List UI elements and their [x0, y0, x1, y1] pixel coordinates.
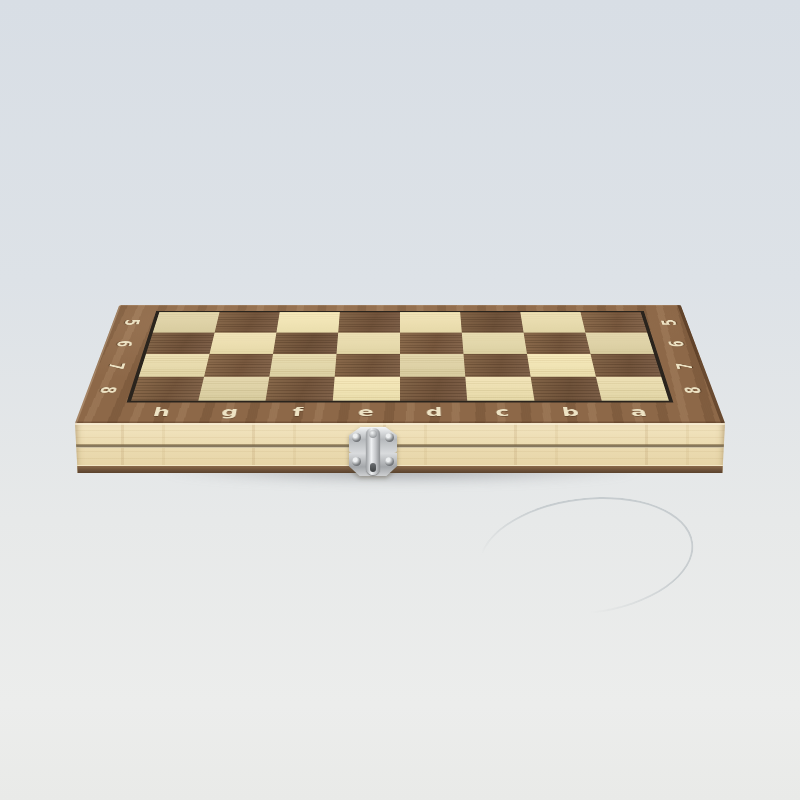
file-labels: hgfedcba	[125, 406, 674, 419]
square-e6	[336, 333, 400, 354]
rank-label-left-8: 8	[79, 382, 136, 398]
square-e8	[333, 377, 400, 401]
surface-scuff-mark	[472, 485, 701, 626]
square-b8	[531, 377, 602, 401]
latch-screw-icon	[385, 433, 394, 442]
folded-chess-box: hgfedcba 5678 5678	[75, 151, 725, 481]
rank-label-right-6: 6	[650, 337, 703, 351]
square-c8	[465, 377, 534, 401]
square-c6	[462, 333, 527, 354]
square-h8	[131, 377, 204, 401]
square-a8	[596, 377, 669, 401]
latch-screw-icon	[385, 457, 394, 466]
square-f8	[266, 377, 335, 401]
square-a6	[585, 333, 654, 354]
latch-screw-icon	[352, 457, 361, 466]
square-b7	[527, 354, 596, 377]
square-c5	[460, 312, 523, 332]
square-g5	[215, 312, 280, 332]
rank-label-right-5: 5	[643, 316, 695, 329]
file-label-c: c	[468, 406, 538, 419]
rank-label-left-7: 7	[88, 359, 143, 374]
rank-label-right-7: 7	[657, 359, 712, 374]
square-d7	[400, 354, 465, 377]
square-g6	[209, 333, 276, 354]
latch-tongue	[366, 428, 380, 475]
square-d8	[400, 377, 467, 401]
square-a7	[591, 354, 662, 377]
rank-label-left-6: 6	[97, 337, 150, 351]
square-e5	[338, 312, 400, 332]
square-d5	[400, 312, 462, 332]
square-b6	[524, 333, 591, 354]
side-top-highlight	[75, 423, 725, 425]
board-top-face: hgfedcba 5678 5678	[75, 305, 725, 423]
file-label-e: e	[331, 406, 400, 419]
box-bottom-edge	[76, 465, 724, 473]
square-g7	[204, 354, 273, 377]
fold-seam	[75, 444, 725, 448]
rank-label-right-8: 8	[664, 382, 721, 398]
board-frame	[127, 311, 674, 403]
product-photo-scene: hgfedcba 5678 5678	[0, 0, 800, 800]
square-a5	[581, 312, 648, 332]
square-c7	[464, 354, 531, 377]
square-h5	[153, 312, 220, 332]
square-h7	[139, 354, 210, 377]
square-f7	[269, 354, 336, 377]
latch	[346, 427, 400, 479]
file-label-f: f	[263, 406, 333, 419]
square-g8	[198, 377, 269, 401]
square-f5	[276, 312, 339, 332]
square-e7	[335, 354, 400, 377]
checkerboard	[131, 312, 669, 400]
latch-screw-icon	[352, 433, 361, 442]
file-label-a: a	[603, 406, 675, 419]
box-front-side	[75, 423, 725, 473]
file-label-b: b	[535, 406, 606, 419]
square-f6	[273, 333, 338, 354]
rank-label-left-5: 5	[105, 316, 157, 329]
file-label-g: g	[194, 406, 265, 419]
square-d6	[400, 333, 464, 354]
file-label-d: d	[400, 406, 469, 419]
file-label-h: h	[125, 406, 197, 419]
square-h6	[146, 333, 215, 354]
square-b5	[520, 312, 585, 332]
